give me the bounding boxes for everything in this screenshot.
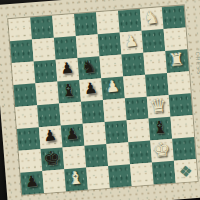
square-e3[interactable]: [105, 120, 129, 144]
square-h2[interactable]: [172, 137, 196, 161]
square-a7[interactable]: [10, 39, 34, 63]
square-a5[interactable]: [13, 83, 37, 107]
photo-background: ♞♟♟♞♜♝♟♟♛♟♟♝♚♚♟♝ CHESS ❖: [0, 0, 200, 200]
square-f2[interactable]: [128, 140, 152, 164]
square-g4[interactable]: ♛: [147, 95, 171, 119]
square-h6[interactable]: ♜: [165, 49, 189, 73]
piece-black-bishop-c5[interactable]: ♝: [60, 78, 78, 102]
square-c4[interactable]: [59, 102, 83, 126]
square-c7[interactable]: [54, 36, 78, 60]
piece-black-knight-d6[interactable]: ♞: [80, 55, 98, 79]
square-g6[interactable]: [143, 51, 167, 75]
piece-white-rook-h6[interactable]: ♜: [168, 48, 186, 72]
square-h8[interactable]: [162, 5, 186, 29]
square-c1[interactable]: ♝: [64, 168, 88, 192]
piece-black-pawn-a1[interactable]: ♟: [24, 170, 40, 193]
square-d8[interactable]: [74, 12, 98, 36]
square-a8[interactable]: [8, 18, 32, 42]
board-edge-text: CHESS: [194, 51, 200, 76]
square-h4[interactable]: [169, 93, 193, 117]
square-a1[interactable]: ♟: [20, 171, 44, 195]
square-b6[interactable]: [34, 60, 58, 84]
square-f1[interactable]: [130, 162, 154, 186]
piece-white-king-g2[interactable]: ♚: [152, 137, 171, 161]
square-d1[interactable]: [86, 166, 110, 190]
piece-white-queen-g4[interactable]: ♛: [149, 93, 168, 117]
square-a2[interactable]: [19, 149, 43, 173]
square-c8[interactable]: [52, 14, 76, 38]
piece-black-pawn-c6[interactable]: ♟: [59, 57, 75, 80]
square-h3[interactable]: [170, 115, 194, 139]
square-f3[interactable]: [127, 119, 151, 143]
square-f5[interactable]: [123, 75, 147, 99]
square-e4[interactable]: [103, 98, 127, 122]
square-h5[interactable]: [167, 71, 191, 95]
square-d2[interactable]: [84, 144, 108, 168]
square-d6[interactable]: ♞: [78, 56, 102, 80]
piece-black-bishop-g3[interactable]: ♝: [151, 115, 169, 139]
square-f7[interactable]: ♟: [120, 31, 144, 55]
square-d3[interactable]: [83, 122, 107, 146]
square-b5[interactable]: [35, 82, 59, 106]
square-c5[interactable]: ♝: [57, 80, 81, 104]
square-a4[interactable]: [15, 105, 39, 129]
piece-white-pawn-e5[interactable]: ♟: [105, 75, 121, 98]
square-e8[interactable]: [96, 11, 120, 35]
chess-board: ♞♟♟♞♜♝♟♟♛♟♟♝♚♚♟♝ CHESS ❖: [0, 0, 200, 200]
square-e2[interactable]: [106, 142, 130, 166]
square-c3[interactable]: ♟: [61, 124, 85, 148]
square-e7[interactable]: [98, 33, 122, 57]
piece-white-pawn-f7[interactable]: ♟: [123, 29, 139, 52]
square-b8[interactable]: [30, 16, 54, 40]
piece-black-pawn-b3[interactable]: ♟: [43, 124, 59, 147]
square-f6[interactable]: [121, 53, 145, 77]
corner-emblem-icon: ❖: [174, 160, 198, 184]
square-c2[interactable]: [63, 146, 87, 170]
piece-black-pawn-d5[interactable]: ♟: [83, 77, 99, 100]
square-b7[interactable]: [32, 38, 56, 62]
square-g1[interactable]: [152, 161, 176, 185]
square-g8[interactable]: ♞: [140, 7, 164, 31]
square-e1[interactable]: [108, 164, 132, 188]
square-b4[interactable]: [37, 104, 61, 128]
square-d5[interactable]: ♟: [79, 78, 103, 102]
square-d4[interactable]: [81, 100, 105, 124]
square-e5[interactable]: ♟: [101, 76, 125, 100]
square-f4[interactable]: [125, 97, 149, 121]
square-d7[interactable]: [76, 34, 100, 58]
piece-white-knight-g8[interactable]: ♞: [143, 6, 161, 30]
piece-black-king-b2[interactable]: ♚: [43, 146, 62, 170]
piece-white-bishop-c1[interactable]: ♝: [67, 166, 85, 190]
square-f8[interactable]: [118, 9, 142, 33]
square-b2[interactable]: ♚: [41, 147, 65, 171]
square-g7[interactable]: [142, 29, 166, 53]
square-h7[interactable]: [164, 27, 188, 51]
piece-black-pawn-c3[interactable]: ♟: [65, 122, 81, 145]
board-grid: ♞♟♟♞♜♝♟♟♛♟♟♝♚♚♟♝: [8, 5, 197, 194]
square-a6[interactable]: [12, 61, 36, 85]
square-g2[interactable]: ♚: [150, 139, 174, 163]
square-b1[interactable]: [42, 169, 66, 193]
square-a3[interactable]: [17, 127, 41, 151]
square-c6[interactable]: ♟: [56, 58, 80, 82]
square-e6[interactable]: [99, 54, 123, 78]
